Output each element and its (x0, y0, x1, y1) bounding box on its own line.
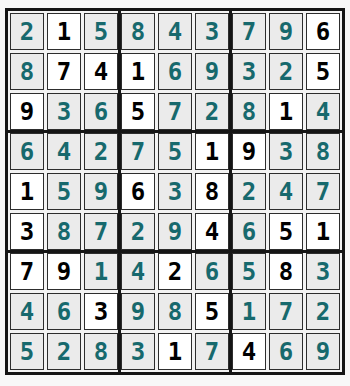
cell-r8c4[interactable]: 9 (121, 293, 155, 330)
cell-r2c9[interactable]: 5 (306, 53, 340, 90)
cell-r3c9[interactable]: 4 (306, 93, 340, 130)
cell-r3c2[interactable]: 3 (47, 93, 81, 130)
cell-r3c3[interactable]: 6 (84, 93, 118, 130)
cell-r2c6[interactable]: 9 (195, 53, 229, 90)
cell-r8c1[interactable]: 4 (10, 293, 44, 330)
cell-r2c8[interactable]: 2 (269, 53, 303, 90)
cell-r8c8[interactable]: 7 (269, 293, 303, 330)
cell-r9c8[interactable]: 6 (269, 333, 303, 370)
cell-r8c5[interactable]: 8 (158, 293, 192, 330)
cell-r4c8[interactable]: 3 (269, 133, 303, 170)
cell-r6c9[interactable]: 1 (306, 213, 340, 250)
cell-r7c6[interactable]: 6 (195, 253, 229, 290)
cell-r4c4[interactable]: 7 (121, 133, 155, 170)
cell-r5c4[interactable]: 6 (121, 173, 155, 210)
cell-r9c6[interactable]: 7 (195, 333, 229, 370)
cell-r9c3[interactable]: 8 (84, 333, 118, 370)
cell-r1c3[interactable]: 5 (84, 13, 118, 50)
cell-r4c2[interactable]: 4 (47, 133, 81, 170)
page-background: 2158437968741693259365728146427519381596… (0, 0, 350, 386)
cell-r7c7[interactable]: 5 (232, 253, 266, 290)
cell-r1c6[interactable]: 3 (195, 13, 229, 50)
cell-r7c2[interactable]: 9 (47, 253, 81, 290)
cell-r6c1[interactable]: 3 (10, 213, 44, 250)
cell-r1c9[interactable]: 6 (306, 13, 340, 50)
cell-r6c6[interactable]: 4 (195, 213, 229, 250)
box-divider-vertical-1 (118, 11, 121, 372)
box-divider-horizontal-2 (8, 250, 342, 253)
cell-r7c5[interactable]: 2 (158, 253, 192, 290)
cell-r8c6[interactable]: 5 (195, 293, 229, 330)
cell-r3c5[interactable]: 7 (158, 93, 192, 130)
cell-r5c3[interactable]: 9 (84, 173, 118, 210)
cell-r6c2[interactable]: 8 (47, 213, 81, 250)
cell-r5c9[interactable]: 7 (306, 173, 340, 210)
sudoku-board: 2158437968741693259365728146427519381596… (5, 8, 345, 375)
cell-r9c4[interactable]: 3 (121, 333, 155, 370)
cell-r3c1[interactable]: 9 (10, 93, 44, 130)
cell-r1c5[interactable]: 4 (158, 13, 192, 50)
cell-r2c3[interactable]: 4 (84, 53, 118, 90)
cell-r1c4[interactable]: 8 (121, 13, 155, 50)
cell-r2c5[interactable]: 6 (158, 53, 192, 90)
cell-r1c2[interactable]: 1 (47, 13, 81, 50)
cell-r7c9[interactable]: 3 (306, 253, 340, 290)
cell-r4c1[interactable]: 6 (10, 133, 44, 170)
cell-r9c9[interactable]: 9 (306, 333, 340, 370)
cell-r9c5[interactable]: 1 (158, 333, 192, 370)
cell-r8c7[interactable]: 1 (232, 293, 266, 330)
cell-r2c2[interactable]: 7 (47, 53, 81, 90)
cell-r5c5[interactable]: 3 (158, 173, 192, 210)
cell-r4c9[interactable]: 8 (306, 133, 340, 170)
cell-r7c4[interactable]: 4 (121, 253, 155, 290)
cell-r5c6[interactable]: 8 (195, 173, 229, 210)
cell-r4c5[interactable]: 5 (158, 133, 192, 170)
cell-r4c6[interactable]: 1 (195, 133, 229, 170)
cell-r4c3[interactable]: 2 (84, 133, 118, 170)
cell-r5c7[interactable]: 2 (232, 173, 266, 210)
cell-r2c7[interactable]: 3 (232, 53, 266, 90)
cell-r6c3[interactable]: 7 (84, 213, 118, 250)
box-divider-horizontal-1 (8, 130, 342, 133)
cell-r6c4[interactable]: 2 (121, 213, 155, 250)
cell-r3c7[interactable]: 8 (232, 93, 266, 130)
cell-r6c7[interactable]: 6 (232, 213, 266, 250)
cell-r1c7[interactable]: 7 (232, 13, 266, 50)
cell-r5c8[interactable]: 4 (269, 173, 303, 210)
box-divider-vertical-2 (229, 11, 232, 372)
cell-r1c8[interactable]: 9 (269, 13, 303, 50)
cell-r6c8[interactable]: 5 (269, 213, 303, 250)
cell-r7c3[interactable]: 1 (84, 253, 118, 290)
cell-r5c1[interactable]: 1 (10, 173, 44, 210)
cell-r2c4[interactable]: 1 (121, 53, 155, 90)
cell-r8c2[interactable]: 6 (47, 293, 81, 330)
cell-r3c4[interactable]: 5 (121, 93, 155, 130)
cell-r6c5[interactable]: 9 (158, 213, 192, 250)
cell-r3c8[interactable]: 1 (269, 93, 303, 130)
cell-r4c7[interactable]: 9 (232, 133, 266, 170)
cell-r9c7[interactable]: 4 (232, 333, 266, 370)
cell-r2c1[interactable]: 8 (10, 53, 44, 90)
cell-r5c2[interactable]: 5 (47, 173, 81, 210)
cell-r8c3[interactable]: 3 (84, 293, 118, 330)
cell-r1c1[interactable]: 2 (10, 13, 44, 50)
cell-r8c9[interactable]: 2 (306, 293, 340, 330)
cell-r7c8[interactable]: 8 (269, 253, 303, 290)
cell-r3c6[interactable]: 2 (195, 93, 229, 130)
cell-r7c1[interactable]: 7 (10, 253, 44, 290)
cell-r9c2[interactable]: 2 (47, 333, 81, 370)
cell-r9c1[interactable]: 5 (10, 333, 44, 370)
